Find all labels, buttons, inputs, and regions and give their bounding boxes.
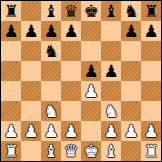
square-b6[interactable]	[21, 41, 41, 61]
square-g4[interactable]	[121, 81, 141, 101]
square-h5[interactable]	[141, 61, 161, 81]
piece-white-knight[interactable]: ♞	[43, 101, 58, 121]
square-a8[interactable]: ♜	[1, 1, 21, 21]
square-h3[interactable]	[141, 101, 161, 121]
piece-black-pawn[interactable]: ♟	[43, 21, 58, 41]
square-d1[interactable]: ♛	[61, 141, 81, 161]
piece-black-pawn[interactable]: ♟	[23, 21, 38, 41]
piece-black-rook[interactable]: ♜	[3, 1, 18, 21]
piece-black-pawn[interactable]: ♟	[123, 21, 138, 41]
piece-white-bishop[interactable]: ♝	[43, 141, 58, 161]
square-g1[interactable]	[121, 141, 141, 161]
square-e4[interactable]: ♟	[81, 81, 101, 101]
piece-white-pawn[interactable]: ♟	[63, 121, 78, 141]
square-e3[interactable]	[81, 101, 101, 121]
square-b1[interactable]	[21, 141, 41, 161]
square-c7[interactable]: ♟	[41, 21, 61, 41]
piece-white-pawn[interactable]: ♟	[43, 121, 58, 141]
square-a3[interactable]	[1, 101, 21, 121]
piece-black-pawn[interactable]: ♟	[83, 61, 98, 81]
square-e8[interactable]: ♚	[81, 1, 101, 21]
square-g2[interactable]: ♟	[121, 121, 141, 141]
square-c2[interactable]: ♟	[41, 121, 61, 141]
square-f8[interactable]: ♝	[101, 1, 121, 21]
piece-white-rook[interactable]: ♜	[143, 141, 158, 161]
square-g8[interactable]: ♞	[121, 1, 141, 21]
piece-white-bishop[interactable]: ♝	[103, 141, 118, 161]
square-f4[interactable]	[101, 81, 121, 101]
square-d5[interactable]	[61, 61, 81, 81]
square-g6[interactable]	[121, 41, 141, 61]
square-h6[interactable]	[141, 41, 161, 61]
square-d7[interactable]: ♟	[61, 21, 81, 41]
square-a6[interactable]	[1, 41, 21, 61]
piece-black-pawn[interactable]: ♟	[143, 21, 158, 41]
square-b7[interactable]: ♟	[21, 21, 41, 41]
square-c8[interactable]: ♝	[41, 1, 61, 21]
piece-white-pawn[interactable]: ♟	[23, 121, 38, 141]
chess-board-frame: ♜♝♛♚♝♞♜♟♟♟♟♟♟♞♟♟♟♞♞♟♟♟♟♟♟♟♜♝♛♚♝♜	[0, 0, 162, 162]
square-c5[interactable]	[41, 61, 61, 81]
piece-white-pawn[interactable]: ♟	[83, 81, 98, 101]
square-e7[interactable]	[81, 21, 101, 41]
square-e2[interactable]	[81, 121, 101, 141]
square-g5[interactable]	[121, 61, 141, 81]
square-a7[interactable]: ♟	[1, 21, 21, 41]
square-c6[interactable]: ♞	[41, 41, 61, 61]
piece-white-pawn[interactable]: ♟	[143, 121, 158, 141]
piece-white-queen[interactable]: ♛	[63, 141, 78, 161]
piece-black-knight[interactable]: ♞	[43, 41, 58, 61]
square-a1[interactable]: ♜	[1, 141, 21, 161]
square-d3[interactable]	[61, 101, 81, 121]
piece-black-bishop[interactable]: ♝	[43, 1, 58, 21]
square-b4[interactable]	[21, 81, 41, 101]
piece-black-pawn[interactable]: ♟	[63, 21, 78, 41]
piece-black-knight[interactable]: ♞	[123, 1, 138, 21]
piece-black-queen[interactable]: ♛	[63, 1, 78, 21]
square-c4[interactable]	[41, 81, 61, 101]
piece-black-rook[interactable]: ♜	[143, 1, 158, 21]
square-g7[interactable]: ♟	[121, 21, 141, 41]
square-c3[interactable]: ♞	[41, 101, 61, 121]
piece-black-pawn[interactable]: ♟	[103, 61, 118, 81]
square-d2[interactable]: ♟	[61, 121, 81, 141]
square-b5[interactable]	[21, 61, 41, 81]
piece-white-rook[interactable]: ♜	[3, 141, 18, 161]
square-f6[interactable]	[101, 41, 121, 61]
piece-white-pawn[interactable]: ♟	[123, 121, 138, 141]
square-d6[interactable]	[61, 41, 81, 61]
square-b3[interactable]	[21, 101, 41, 121]
square-g3[interactable]	[121, 101, 141, 121]
square-a2[interactable]: ♟	[1, 121, 21, 141]
square-e5[interactable]: ♟	[81, 61, 101, 81]
square-h2[interactable]: ♟	[141, 121, 161, 141]
square-h8[interactable]: ♜	[141, 1, 161, 21]
square-h4[interactable]	[141, 81, 161, 101]
square-f2[interactable]: ♟	[101, 121, 121, 141]
piece-white-pawn[interactable]: ♟	[103, 121, 118, 141]
square-e6[interactable]	[81, 41, 101, 61]
piece-white-king[interactable]: ♚	[83, 141, 98, 161]
square-d8[interactable]: ♛	[61, 1, 81, 21]
piece-white-knight[interactable]: ♞	[103, 101, 118, 121]
square-b2[interactable]: ♟	[21, 121, 41, 141]
piece-black-bishop[interactable]: ♝	[103, 1, 118, 21]
square-h7[interactable]: ♟	[141, 21, 161, 41]
piece-white-pawn[interactable]: ♟	[3, 121, 18, 141]
square-a5[interactable]	[1, 61, 21, 81]
square-e1[interactable]: ♚	[81, 141, 101, 161]
square-f7[interactable]	[101, 21, 121, 41]
chess-board: ♜♝♛♚♝♞♜♟♟♟♟♟♟♞♟♟♟♞♞♟♟♟♟♟♟♟♜♝♛♚♝♜	[1, 1, 161, 161]
square-d4[interactable]	[61, 81, 81, 101]
piece-black-pawn[interactable]: ♟	[3, 21, 18, 41]
square-c1[interactable]: ♝	[41, 141, 61, 161]
square-a4[interactable]	[1, 81, 21, 101]
square-b8[interactable]	[21, 1, 41, 21]
square-h1[interactable]: ♜	[141, 141, 161, 161]
square-f5[interactable]: ♟	[101, 61, 121, 81]
piece-black-king[interactable]: ♚	[83, 1, 98, 21]
square-f3[interactable]: ♞	[101, 101, 121, 121]
square-f1[interactable]: ♝	[101, 141, 121, 161]
